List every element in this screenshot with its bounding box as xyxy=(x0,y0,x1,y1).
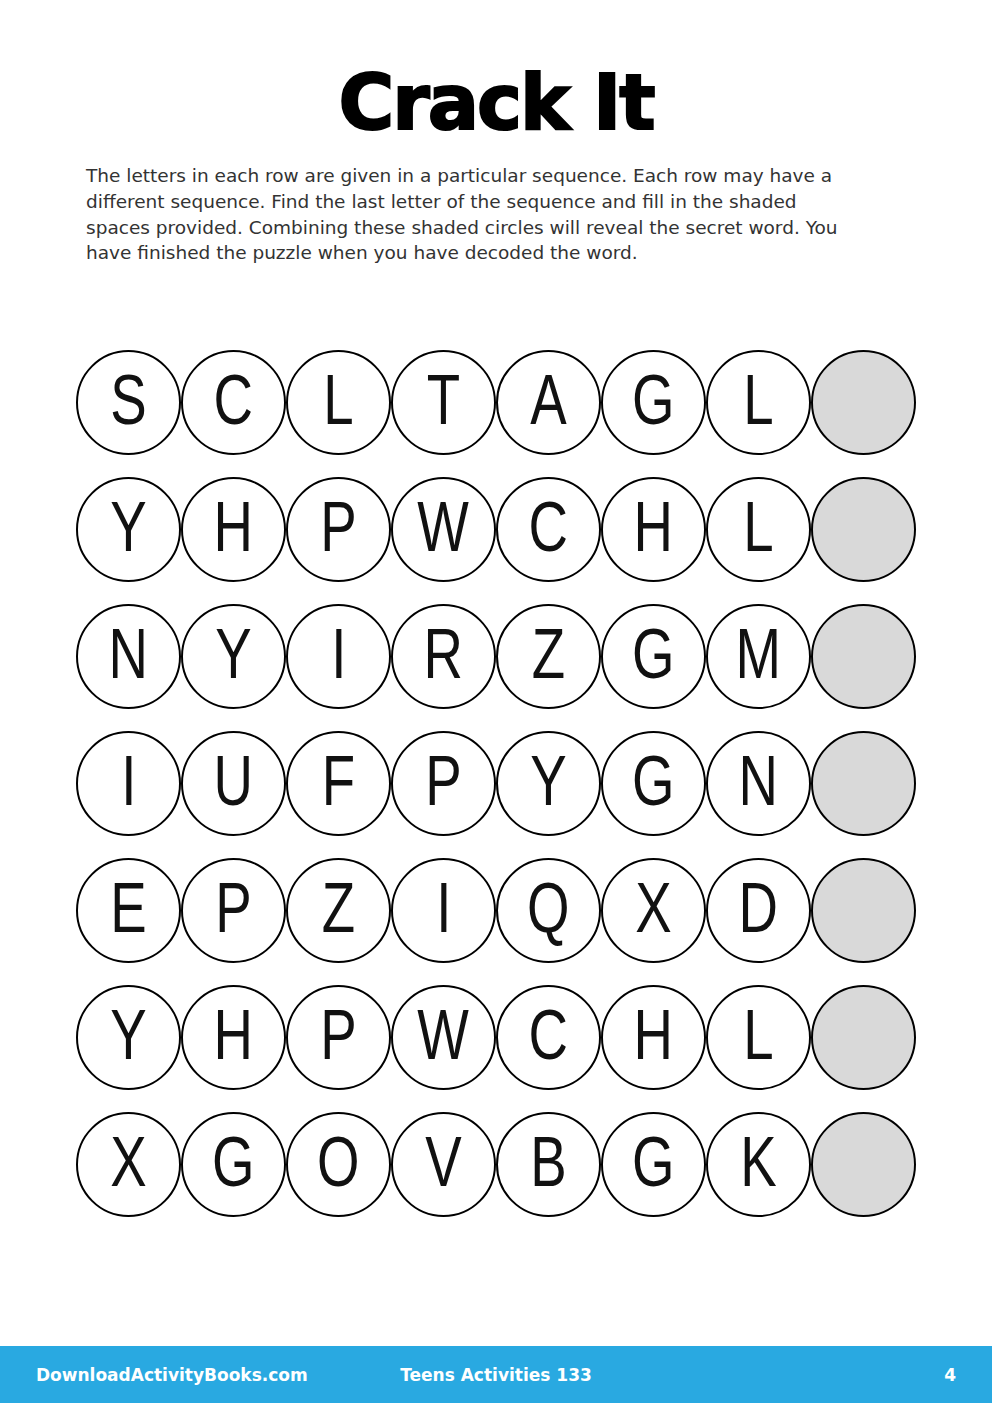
instructions: The letters in each row are given in a p… xyxy=(86,163,936,266)
letter-circle: Y xyxy=(181,604,286,709)
puzzle-grid: SCLTAGLYHPWCHLNYIRZGMIUFPYGNEPZIQXDYHPWC… xyxy=(76,350,916,1217)
letter-circle: C xyxy=(496,477,601,582)
letter-circle: G xyxy=(181,1112,286,1217)
letter-circle: A xyxy=(496,350,601,455)
letter-circle: V xyxy=(391,1112,496,1217)
circle-letter: H xyxy=(214,492,253,568)
letter-circle: H xyxy=(601,985,706,1090)
letter-circle: I xyxy=(286,604,391,709)
circle-letter: U xyxy=(214,746,253,822)
circle-letter: A xyxy=(530,365,566,441)
circle-letter: N xyxy=(739,746,778,822)
footer-page-number: 4 xyxy=(944,1365,956,1385)
circle-letter: H xyxy=(634,1000,673,1076)
answer-circle[interactable] xyxy=(811,985,916,1090)
circle-letter: O xyxy=(317,1127,359,1203)
letter-circle: I xyxy=(76,731,181,836)
circle-letter: V xyxy=(425,1127,461,1203)
letter-circle: G xyxy=(601,731,706,836)
letter-circle: F xyxy=(286,731,391,836)
letter-circle: G xyxy=(601,350,706,455)
circle-letter: C xyxy=(529,1000,568,1076)
circle-letter: L xyxy=(743,492,773,568)
letter-circle: Y xyxy=(76,477,181,582)
letter-circle: N xyxy=(76,604,181,709)
letter-circle: G xyxy=(601,1112,706,1217)
circle-letter: G xyxy=(632,1127,674,1203)
letter-circle: W xyxy=(391,985,496,1090)
letter-circle: C xyxy=(496,985,601,1090)
circle-letter: L xyxy=(743,1000,773,1076)
circle-letter: P xyxy=(215,873,251,949)
circle-letter: P xyxy=(320,1000,356,1076)
circle-letter: T xyxy=(427,365,460,441)
letter-circle: Q xyxy=(496,858,601,963)
circle-letter: G xyxy=(632,365,674,441)
answer-circle[interactable] xyxy=(811,731,916,836)
circle-letter: P xyxy=(320,492,356,568)
letter-circle: R xyxy=(391,604,496,709)
circle-letter: Y xyxy=(215,619,251,695)
letter-circle: P xyxy=(181,858,286,963)
letter-circle: Z xyxy=(496,604,601,709)
circle-letter: M xyxy=(736,619,781,695)
circle-letter: Q xyxy=(527,873,569,949)
letter-circle: D xyxy=(706,858,811,963)
letter-circle: Y xyxy=(76,985,181,1090)
circle-letter: Y xyxy=(110,1000,146,1076)
letter-circle: I xyxy=(391,858,496,963)
answer-circle[interactable] xyxy=(811,477,916,582)
letter-circle: P xyxy=(286,985,391,1090)
circle-letter: K xyxy=(740,1127,776,1203)
letter-circle: E xyxy=(76,858,181,963)
circle-letter: H xyxy=(634,492,673,568)
answer-circle[interactable] xyxy=(811,858,916,963)
circle-letter: L xyxy=(743,365,773,441)
circle-letter: E xyxy=(110,873,146,949)
footer-website: DownloadActivityBooks.com xyxy=(36,1365,308,1385)
letter-circle: H xyxy=(601,477,706,582)
puzzle-page: Crack It The letters in each row are giv… xyxy=(0,0,992,1403)
circle-letter: I xyxy=(436,873,451,949)
letter-circle: K xyxy=(706,1112,811,1217)
letter-circle: H xyxy=(181,477,286,582)
letter-circle: L xyxy=(706,477,811,582)
circle-letter: I xyxy=(331,619,346,695)
instructions-line: spaces provided. Combining these shaded … xyxy=(86,215,936,241)
answer-circle[interactable] xyxy=(811,604,916,709)
circle-letter: R xyxy=(424,619,463,695)
letter-circle: T xyxy=(391,350,496,455)
letter-circle: M xyxy=(706,604,811,709)
circle-letter: Z xyxy=(322,873,355,949)
circle-letter: L xyxy=(323,365,353,441)
circle-letter: H xyxy=(214,1000,253,1076)
footer-book-title: Teens Activities 133 xyxy=(400,1365,592,1385)
circle-letter: D xyxy=(739,873,778,949)
letter-circle: U xyxy=(181,731,286,836)
circle-letter: W xyxy=(418,1000,470,1076)
letter-circle: G xyxy=(601,604,706,709)
instructions-line: have finished the puzzle when you have d… xyxy=(86,240,936,266)
letter-circle: S xyxy=(76,350,181,455)
circle-letter: P xyxy=(425,746,461,822)
letter-circle: O xyxy=(286,1112,391,1217)
letter-circle: X xyxy=(601,858,706,963)
circle-letter: C xyxy=(214,365,253,441)
circle-letter: Z xyxy=(532,619,565,695)
footer-bar: DownloadActivityBooks.com Teens Activiti… xyxy=(0,1346,992,1403)
letter-circle: Z xyxy=(286,858,391,963)
circle-letter: Y xyxy=(110,492,146,568)
circle-letter: S xyxy=(110,365,146,441)
circle-letter: N xyxy=(109,619,148,695)
letter-circle: L xyxy=(286,350,391,455)
letter-circle: P xyxy=(391,731,496,836)
circle-letter: X xyxy=(635,873,671,949)
circle-letter: F xyxy=(322,746,355,822)
letter-circle: L xyxy=(706,985,811,1090)
circle-letter: I xyxy=(121,746,136,822)
letter-circle: C xyxy=(181,350,286,455)
circle-letter: B xyxy=(530,1127,566,1203)
answer-circle[interactable] xyxy=(811,1112,916,1217)
circle-letter: Y xyxy=(530,746,566,822)
letter-circle: L xyxy=(706,350,811,455)
letter-circle: W xyxy=(391,477,496,582)
circle-letter: W xyxy=(418,492,470,568)
letter-circle: H xyxy=(181,985,286,1090)
letter-circle: B xyxy=(496,1112,601,1217)
circle-letter: G xyxy=(632,619,674,695)
instructions-line: The letters in each row are given in a p… xyxy=(86,163,936,189)
letter-circle: Y xyxy=(496,731,601,836)
letter-circle: X xyxy=(76,1112,181,1217)
letter-circle: P xyxy=(286,477,391,582)
circle-letter: C xyxy=(529,492,568,568)
letter-circle: N xyxy=(706,731,811,836)
circle-letter: X xyxy=(110,1127,146,1203)
page-title: Crack It xyxy=(0,58,992,147)
answer-circle[interactable] xyxy=(811,350,916,455)
instructions-line: different sequence. Find the last letter… xyxy=(86,189,936,215)
circle-letter: G xyxy=(632,746,674,822)
circle-letter: G xyxy=(212,1127,254,1203)
